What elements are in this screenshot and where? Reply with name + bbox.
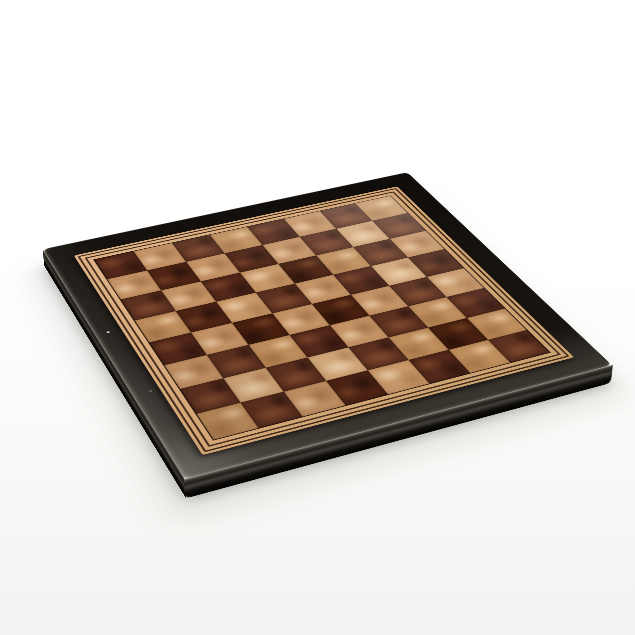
board-square [149, 333, 207, 366]
board-square [197, 403, 259, 440]
dust-speck [106, 331, 110, 333]
board-square [180, 378, 240, 414]
board-square [428, 318, 488, 350]
board-square [290, 325, 349, 357]
chess-board [43, 172, 612, 479]
board-square [223, 368, 283, 403]
board-square [368, 360, 430, 394]
board-square [389, 328, 449, 360]
board-square [348, 337, 408, 370]
board-square [232, 313, 290, 345]
board-square [207, 345, 266, 378]
board-square [176, 302, 232, 333]
board-square [284, 381, 346, 417]
dust-speck [149, 390, 152, 392]
board-square [330, 316, 389, 348]
board-square [307, 347, 367, 381]
board-square [488, 330, 549, 363]
board-square [272, 304, 329, 335]
board-square [164, 355, 223, 389]
board-square [369, 306, 428, 337]
board-square [191, 323, 249, 355]
board-square [326, 370, 388, 405]
board-square [409, 350, 471, 384]
board-square [449, 340, 510, 373]
board-square [467, 309, 527, 340]
board-square [135, 311, 191, 342]
board-square [249, 335, 308, 368]
board-square [241, 392, 303, 428]
board-square [266, 357, 326, 391]
scene [0, 0, 635, 635]
